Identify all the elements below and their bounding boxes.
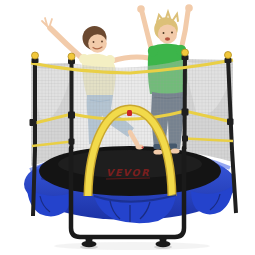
frame-left-foot [82,241,97,247]
strap-clamp-6 [182,136,188,142]
girl-left-sleeve [79,54,89,64]
boy-left-foot [153,149,162,154]
boy-left-fist [137,5,145,13]
zipper-pull [127,110,132,116]
net-right-mesh [186,59,233,162]
boy-open-mouth [165,37,170,41]
strap-clamp-4 [227,119,234,126]
pole-cap-2 [68,53,75,60]
girl-right-sleeve [105,55,115,65]
girl-right-eye [101,41,103,43]
pole-mid-right [185,55,186,149]
strap-clamp-1 [30,119,37,126]
boy-right-eye [171,32,173,34]
girl-foot-toes [142,147,144,149]
boy-left-eye [163,32,165,34]
strap-clamp-5 [69,139,75,145]
pole-far-left-lower [33,150,35,216]
pole-cap-4 [225,52,232,59]
brand-logo: VEVOR [106,167,150,178]
boy-left-sleeve [148,46,158,56]
girl-face [88,34,107,53]
pole-cap-1 [32,52,39,59]
product-image: VEVOR [0,0,255,255]
ground-shadow [54,242,210,250]
frame-right-foot [156,241,171,247]
strap-clamp-3 [182,109,189,116]
boy-right-foot [170,148,179,153]
ground-shadows [54,242,210,250]
boy-right-fist [185,4,193,12]
strap-clamp-2 [68,112,75,119]
pole-cap-3 [182,49,189,56]
girl-left-eye [93,41,95,43]
